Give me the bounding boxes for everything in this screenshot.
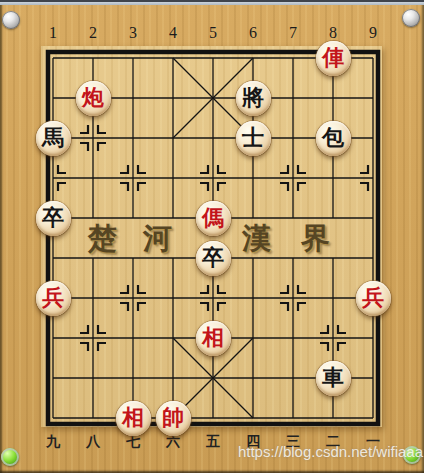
- piece-red-elephant-home[interactable]: 相: [116, 401, 151, 436]
- watermark-url: https://blog.csdn.net/wifiaaa: [238, 443, 423, 460]
- piece-red-pawn-left[interactable]: 兵: [36, 281, 71, 316]
- piece-black-horse[interactable]: 馬: [36, 121, 71, 156]
- piece-red-cannon[interactable]: 炮: [76, 81, 111, 116]
- window-top-edge-light: [0, 2, 424, 5]
- piece-black-chariot[interactable]: 車: [316, 361, 351, 396]
- piece-black-advisor[interactable]: 士: [236, 121, 271, 156]
- piece-black-pawn-left[interactable]: 卒: [36, 201, 71, 236]
- piece-red-elephant-center[interactable]: 相: [196, 321, 231, 356]
- piece-black-cannon[interactable]: 包: [316, 121, 351, 156]
- piece-black-general[interactable]: 將: [236, 81, 271, 116]
- piece-red-general[interactable]: 帥: [156, 401, 191, 436]
- piece-red-chariot[interactable]: 俥: [316, 41, 351, 76]
- corner-screw-top-right: [402, 9, 420, 27]
- corner-screw-bottom-left: [1, 448, 19, 466]
- window-top-edge: [0, 0, 424, 5]
- piece-red-pawn-right[interactable]: 兵: [356, 281, 391, 316]
- piece-red-horse[interactable]: 傌: [196, 201, 231, 236]
- corner-screw-top-left: [2, 11, 20, 29]
- piece-black-pawn-center[interactable]: 卒: [196, 241, 231, 276]
- xiangqi-board[interactable]: 俥炮傌兵兵相相帥將馬士包卒卒車: [33, 38, 393, 438]
